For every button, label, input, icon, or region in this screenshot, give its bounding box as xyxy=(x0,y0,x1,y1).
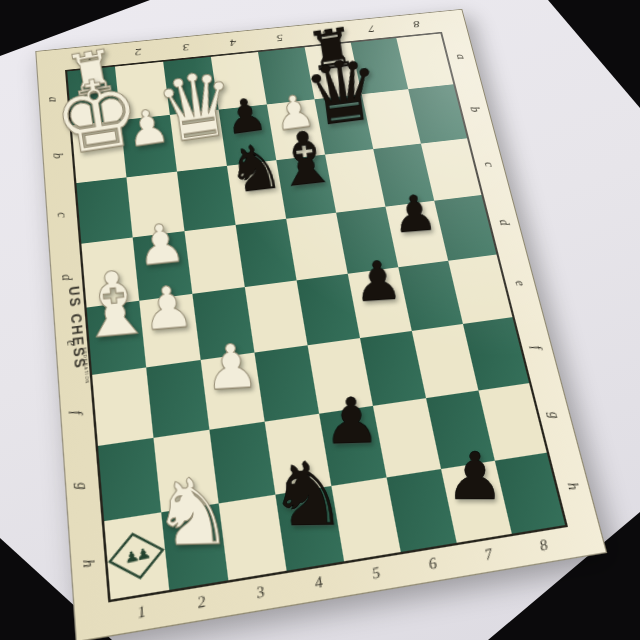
file-label-right-f: f xyxy=(527,339,546,355)
black-pawn-e6[interactable]: ♟ xyxy=(349,253,406,310)
file-label-right-h: h xyxy=(563,477,583,495)
rank-label-top-7: 7 xyxy=(363,23,379,35)
white-bishop-e1[interactable]: ♝ xyxy=(66,257,162,353)
photo-background: { "game": "chess", "scene": "overhead ph… xyxy=(0,0,640,640)
file-label-left-c: c xyxy=(54,208,71,223)
black-pawn-d7[interactable]: ♟ xyxy=(388,188,442,242)
rank-label-top-3: 3 xyxy=(178,41,194,53)
rank-label-top-4: 4 xyxy=(225,36,241,48)
rank-label-top-2: 2 xyxy=(130,46,146,59)
rank-label-top-5: 5 xyxy=(271,32,287,44)
file-label-right-b: b xyxy=(467,103,484,116)
rank-label-bottom-5: 5 xyxy=(365,563,386,584)
black-knight-c4[interactable]: ♞ xyxy=(221,134,290,203)
square-f2[interactable] xyxy=(146,360,209,438)
file-label-right-d: d xyxy=(495,215,513,229)
rank-label-bottom-7: 7 xyxy=(478,545,499,565)
rank-label-bottom-4: 4 xyxy=(308,572,329,593)
rank-label-bottom-6: 6 xyxy=(422,554,443,574)
rank-label-bottom-1: 1 xyxy=(131,602,152,623)
rank-label-top-8: 8 xyxy=(408,18,424,30)
file-label-left-f: f xyxy=(68,404,86,422)
file-label-right-e: e xyxy=(511,276,529,291)
rank-label-bottom-8: 8 xyxy=(533,536,554,556)
photo-dark-corner-top-right xyxy=(548,0,640,108)
black-pawn-h7[interactable]: ♟ xyxy=(442,444,508,510)
white-pawn-f3[interactable]: ♟ xyxy=(199,335,263,399)
white-king-b1[interactable]: ♚ xyxy=(42,61,152,171)
file-label-right-a: a xyxy=(453,51,469,63)
rank-label-bottom-3: 3 xyxy=(250,582,271,603)
rank-label-bottom-2: 2 xyxy=(191,592,212,613)
file-label-left-g: g xyxy=(73,477,92,496)
black-knight-h4[interactable]: ♞ xyxy=(263,451,352,540)
file-label-right-c: c xyxy=(481,158,498,172)
diamond-pawn-icons: ♟♟ xyxy=(124,546,150,566)
white-knight-h2[interactable]: ♞ xyxy=(146,466,239,559)
square-c1[interactable] xyxy=(75,177,132,243)
file-label-right-g: g xyxy=(545,406,564,423)
file-label-left-h: h xyxy=(79,554,98,574)
square-f1[interactable] xyxy=(91,367,154,446)
